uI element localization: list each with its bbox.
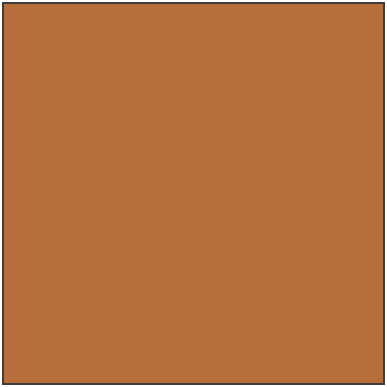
board-margin [0,0,387,387]
board-frame [2,2,385,385]
chess-board [4,4,383,383]
